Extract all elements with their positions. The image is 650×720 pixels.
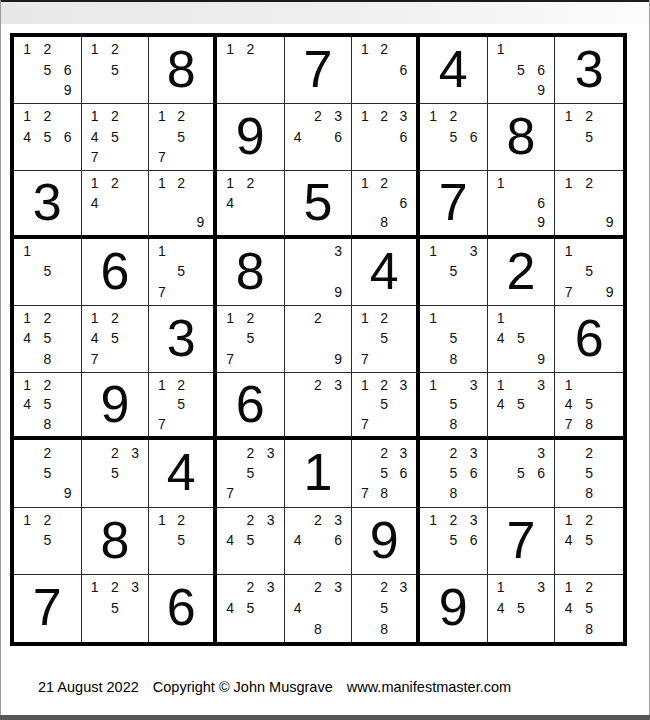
pencil-mark: 4 xyxy=(17,328,37,348)
pencil-mark: 5 xyxy=(443,328,463,348)
pencil-mark: 2 xyxy=(240,308,260,328)
pencil-mark: 5 xyxy=(37,127,57,147)
cell-r6c5[interactable]: 23 xyxy=(285,373,353,440)
pencil-marks: 12356 xyxy=(423,510,484,571)
pencil-mark: 5 xyxy=(37,328,57,348)
pencil-mark: 5 xyxy=(172,127,191,147)
pencil-mark: 4 xyxy=(288,127,308,147)
given-digit: 4 xyxy=(439,43,468,95)
pencil-marks: 2345 xyxy=(220,510,281,571)
cell-r7c6[interactable]: 235678 xyxy=(352,440,420,507)
pencil-mark: 8 xyxy=(443,349,463,369)
cell-r5c3[interactable]: 3 xyxy=(149,306,217,373)
pencil-mark: 8 xyxy=(375,483,394,503)
pencil-mark: 5 xyxy=(172,261,191,281)
cell-r1c5[interactable]: 7 xyxy=(285,37,353,104)
pencil-mark: 2 xyxy=(105,442,125,462)
pencil-mark: 5 xyxy=(511,463,531,483)
cell-r5c9[interactable]: 6 xyxy=(555,306,623,373)
cell-r5c2[interactable]: 12457 xyxy=(82,306,150,373)
pencil-mark: 2 xyxy=(375,106,394,126)
cell-r2c1[interactable]: 12456 xyxy=(14,104,82,171)
cell-r1c2[interactable]: 125 xyxy=(82,37,150,104)
cell-r3c7[interactable]: 7 xyxy=(420,171,488,238)
cell-r6c1[interactable]: 12458 xyxy=(14,373,82,440)
cell-r9c6[interactable]: 2358 xyxy=(352,575,420,642)
pencil-mark: 7 xyxy=(85,349,105,369)
given-digit: 3 xyxy=(575,43,604,95)
footer: 21 August 2022 Copyright © John Musgrave… xyxy=(38,677,511,697)
pencil-mark: 7 xyxy=(152,281,171,301)
pencil-marks: 129 xyxy=(558,173,620,231)
pencil-marks: 1569 xyxy=(491,39,552,100)
footer-date: 21 August 2022 xyxy=(38,679,139,695)
pencil-mark: 4 xyxy=(558,395,579,414)
pencil-mark: 3 xyxy=(394,442,413,462)
pencil-marks: 1257 xyxy=(152,375,210,433)
pencil-mark: 6 xyxy=(328,530,348,550)
cell-r4c3[interactable]: 157 xyxy=(149,239,217,306)
pencil-mark: 1 xyxy=(423,375,443,394)
cell-r4c5[interactable]: 39 xyxy=(285,239,353,306)
pencil-mark: 5 xyxy=(579,395,600,414)
pencil-marks: 23 xyxy=(288,375,349,433)
pencil-marks: 2358 xyxy=(355,577,413,639)
cell-r2c3[interactable]: 1257 xyxy=(149,104,217,171)
cell-r5c4[interactable]: 1257 xyxy=(217,306,285,373)
pencil-marks: 125 xyxy=(85,39,146,100)
pencil-mark: 7 xyxy=(558,414,579,433)
pencil-marks: 1257 xyxy=(355,308,413,369)
pencil-marks: 1257 xyxy=(152,106,210,167)
cell-r7c1[interactable]: 259 xyxy=(14,440,82,507)
pencil-mark: 9 xyxy=(599,212,620,231)
window-title-bar xyxy=(0,2,650,24)
pencil-mark: 1 xyxy=(491,39,511,59)
pencil-mark: 1 xyxy=(558,241,579,261)
cell-r4c7[interactable]: 135 xyxy=(420,239,488,306)
pencil-marks: 259 xyxy=(17,442,78,503)
pencil-mark: 9 xyxy=(191,212,210,231)
pencil-marks: 1257 xyxy=(220,308,281,369)
pencil-mark: 2 xyxy=(37,510,57,530)
pencil-mark: 7 xyxy=(85,147,105,167)
pencil-mark: 5 xyxy=(511,598,531,619)
pencil-mark: 5 xyxy=(105,127,125,147)
pencil-marks: 356 xyxy=(491,442,552,503)
pencil-mark: 1 xyxy=(220,173,240,192)
pencil-marks: 12569 xyxy=(17,39,78,100)
cell-r7c5[interactable]: 1 xyxy=(285,440,353,507)
pencil-mark: 4 xyxy=(220,193,240,212)
pencil-mark: 2 xyxy=(375,375,394,394)
pencil-mark: 1 xyxy=(558,375,579,394)
pencil-mark: 3 xyxy=(328,241,348,261)
cell-r2c6[interactable]: 1236 xyxy=(352,104,420,171)
cell-r2c8[interactable]: 8 xyxy=(488,104,556,171)
pencil-mark: 3 xyxy=(463,241,483,261)
pencil-mark: 1 xyxy=(491,375,511,394)
cell-r4c8[interactable]: 2 xyxy=(488,239,556,306)
cell-r9c5[interactable]: 2348 xyxy=(285,575,353,642)
pencil-mark: 5 xyxy=(105,328,125,348)
pencil-marks: 258 xyxy=(558,442,620,503)
pencil-marks: 39 xyxy=(288,241,349,302)
cell-r8c7[interactable]: 12356 xyxy=(420,508,488,575)
pencil-marks: 158 xyxy=(423,308,484,369)
cell-r8c2[interactable]: 8 xyxy=(82,508,150,575)
pencil-mark: 3 xyxy=(260,510,280,530)
pencil-mark: 2 xyxy=(240,173,260,192)
cell-r7c2[interactable]: 235 xyxy=(82,440,150,507)
cell-r1c1[interactable]: 12569 xyxy=(14,37,82,104)
cell-r3c6[interactable]: 1268 xyxy=(352,171,420,238)
given-digit: 9 xyxy=(101,378,130,430)
cell-r5c6[interactable]: 1257 xyxy=(352,306,420,373)
cell-r5c8[interactable]: 1459 xyxy=(488,306,556,373)
given-digit: 8 xyxy=(167,43,196,95)
pencil-mark: 2 xyxy=(308,577,328,598)
pencil-mark: 5 xyxy=(105,598,125,619)
pencil-mark: 1 xyxy=(85,308,105,328)
cell-r8c5[interactable]: 2346 xyxy=(285,508,353,575)
cell-r4c1[interactable]: 15 xyxy=(14,239,82,306)
pencil-mark: 5 xyxy=(443,261,463,281)
pencil-mark: 4 xyxy=(288,598,308,619)
pencil-marks: 12357 xyxy=(355,375,413,433)
cell-r6c2[interactable]: 9 xyxy=(82,373,150,440)
pencil-mark: 6 xyxy=(394,193,413,212)
cell-r3c2[interactable]: 124 xyxy=(82,171,150,238)
pencil-mark: 2 xyxy=(105,39,125,59)
pencil-mark: 5 xyxy=(511,59,531,79)
pencil-mark: 1 xyxy=(355,308,374,328)
given-digit: 4 xyxy=(167,446,196,498)
cell-r3c8[interactable]: 169 xyxy=(488,171,556,238)
pencil-mark: 3 xyxy=(531,442,551,462)
pencil-mark: 8 xyxy=(579,414,600,433)
pencil-mark: 5 xyxy=(443,127,463,147)
pencil-mark: 9 xyxy=(57,483,77,503)
pencil-marks: 1345 xyxy=(491,577,552,639)
pencil-mark: 1 xyxy=(355,39,374,59)
pencil-marks: 2357 xyxy=(220,442,281,503)
given-digit: 6 xyxy=(236,378,265,430)
pencil-mark: 4 xyxy=(17,395,37,414)
pencil-mark: 8 xyxy=(37,349,57,369)
pencil-mark: 1 xyxy=(423,510,443,530)
pencil-mark: 5 xyxy=(240,530,260,550)
cell-r3c9[interactable]: 129 xyxy=(555,171,623,238)
pencil-mark: 7 xyxy=(558,281,579,301)
given-digit: 8 xyxy=(507,110,536,162)
pencil-mark: 2 xyxy=(37,375,57,394)
pencil-mark: 2 xyxy=(37,106,57,126)
cell-r4c9[interactable]: 1579 xyxy=(555,239,623,306)
cell-r1c9[interactable]: 3 xyxy=(555,37,623,104)
cell-r3c4[interactable]: 124 xyxy=(217,171,285,238)
pencil-mark: 1 xyxy=(355,173,374,192)
pencil-marks: 1579 xyxy=(558,241,620,302)
cell-r8c1[interactable]: 125 xyxy=(14,508,82,575)
pencil-mark: 2 xyxy=(579,106,600,126)
pencil-marks: 12458 xyxy=(17,308,78,369)
cell-r2c7[interactable]: 1256 xyxy=(420,104,488,171)
pencil-mark: 2 xyxy=(240,510,260,530)
pencil-mark: 1 xyxy=(152,173,171,192)
pencil-marks: 235678 xyxy=(355,442,413,503)
pencil-mark: 5 xyxy=(375,598,394,619)
cell-r2c9[interactable]: 125 xyxy=(555,104,623,171)
pencil-mark: 4 xyxy=(491,598,511,619)
cell-r8c4[interactable]: 2345 xyxy=(217,508,285,575)
pencil-mark: 2 xyxy=(240,442,260,462)
cell-r6c6[interactable]: 12357 xyxy=(352,373,420,440)
pencil-mark: 9 xyxy=(328,281,348,301)
pencil-mark: 2 xyxy=(105,308,125,328)
given-digit: 7 xyxy=(439,176,468,228)
pencil-mark: 1 xyxy=(152,375,171,394)
pencil-marks: 126 xyxy=(355,39,413,100)
pencil-mark: 1 xyxy=(85,577,105,598)
pencil-mark: 5 xyxy=(443,395,463,414)
pencil-mark: 5 xyxy=(579,530,600,550)
cell-r8c9[interactable]: 1245 xyxy=(555,508,623,575)
pencil-mark: 4 xyxy=(85,193,105,212)
pencil-mark: 6 xyxy=(394,127,413,147)
cell-r9c4[interactable]: 2345 xyxy=(217,575,285,642)
cell-r4c2[interactable]: 6 xyxy=(82,239,150,306)
pencil-mark: 5 xyxy=(511,328,531,348)
cell-r1c4[interactable]: 12 xyxy=(217,37,285,104)
pencil-mark: 2 xyxy=(37,39,57,59)
cell-r9c9[interactable]: 12458 xyxy=(555,575,623,642)
pencil-mark: 4 xyxy=(558,598,579,619)
window-left-edge xyxy=(0,0,1,720)
pencil-mark: 5 xyxy=(240,328,260,348)
pencil-mark: 4 xyxy=(220,530,240,550)
pencil-mark: 5 xyxy=(37,463,57,483)
pencil-mark: 2 xyxy=(579,510,600,530)
pencil-mark: 8 xyxy=(443,483,463,503)
given-digit: 9 xyxy=(370,514,399,566)
cell-r3c5[interactable]: 5 xyxy=(285,171,353,238)
pencil-mark: 1 xyxy=(423,106,443,126)
pencil-mark: 2 xyxy=(105,577,125,598)
pencil-mark: 5 xyxy=(579,463,600,483)
cell-r7c4[interactable]: 2357 xyxy=(217,440,285,507)
given-digit: 7 xyxy=(33,581,62,633)
pencil-marks: 129 xyxy=(152,173,210,231)
pencil-mark: 3 xyxy=(463,375,483,394)
pencil-mark: 1 xyxy=(17,39,37,59)
given-digit: 6 xyxy=(167,581,196,633)
cell-r7c8[interactable]: 356 xyxy=(488,440,556,507)
pencil-mark: 3 xyxy=(328,375,348,394)
cell-r7c9[interactable]: 258 xyxy=(555,440,623,507)
pencil-mark: 5 xyxy=(172,395,191,414)
pencil-mark: 1 xyxy=(558,577,579,598)
given-digit: 9 xyxy=(439,581,468,633)
footer-website: www.manifestmaster.com xyxy=(347,679,511,695)
cell-r8c6[interactable]: 9 xyxy=(352,508,420,575)
pencil-marks: 124 xyxy=(220,173,281,231)
pencil-mark: 4 xyxy=(491,328,511,348)
pencil-mark: 9 xyxy=(599,281,620,301)
given-digit: 9 xyxy=(236,110,265,162)
cell-r5c5[interactable]: 29 xyxy=(285,306,353,373)
cell-r2c5[interactable]: 2346 xyxy=(285,104,353,171)
cell-r9c8[interactable]: 1345 xyxy=(488,575,556,642)
cell-r1c8[interactable]: 1569 xyxy=(488,37,556,104)
pencil-mark: 6 xyxy=(394,463,413,483)
pencil-marks: 1268 xyxy=(355,173,413,231)
pencil-mark: 4 xyxy=(85,328,105,348)
pencil-mark: 6 xyxy=(531,59,551,79)
pencil-mark: 3 xyxy=(125,577,145,598)
pencil-marks: 1345 xyxy=(491,375,552,433)
given-digit: 8 xyxy=(101,514,130,566)
given-digit: 3 xyxy=(33,176,62,228)
pencil-mark: 9 xyxy=(531,212,551,231)
pencil-mark: 7 xyxy=(152,147,171,167)
given-digit: 3 xyxy=(167,312,196,364)
pencil-mark: 5 xyxy=(37,395,57,414)
cell-r6c4[interactable]: 6 xyxy=(217,373,285,440)
pencil-mark: 5 xyxy=(240,463,260,483)
cell-r4c6[interactable]: 4 xyxy=(352,239,420,306)
pencil-mark: 2 xyxy=(172,510,191,530)
pencil-mark: 5 xyxy=(579,261,600,281)
pencil-mark: 9 xyxy=(531,80,551,100)
pencil-mark: 3 xyxy=(260,442,280,462)
pencil-mark: 2 xyxy=(375,173,394,192)
cell-r9c7[interactable]: 9 xyxy=(420,575,488,642)
pencil-mark: 3 xyxy=(531,577,551,598)
pencil-mark: 2 xyxy=(375,308,394,328)
cell-r7c7[interactable]: 23568 xyxy=(420,440,488,507)
cell-r6c8[interactable]: 1345 xyxy=(488,373,556,440)
pencil-mark: 2 xyxy=(172,375,191,394)
pencil-mark: 1 xyxy=(152,241,171,261)
pencil-mark: 5 xyxy=(443,530,463,550)
pencil-mark: 3 xyxy=(328,577,348,598)
cell-r6c3[interactable]: 1257 xyxy=(149,373,217,440)
pencil-mark: 8 xyxy=(375,618,394,639)
cell-r6c9[interactable]: 14578 xyxy=(555,373,623,440)
pencil-mark: 6 xyxy=(394,59,413,79)
pencil-mark: 9 xyxy=(57,80,77,100)
cell-r2c4[interactable]: 9 xyxy=(217,104,285,171)
pencil-mark: 1 xyxy=(491,577,511,598)
cell-r8c8[interactable]: 7 xyxy=(488,508,556,575)
pencil-mark: 5 xyxy=(105,463,125,483)
pencil-marks: 125 xyxy=(558,106,620,167)
pencil-marks: 2346 xyxy=(288,510,349,571)
pencil-mark: 2 xyxy=(308,106,328,126)
cell-r7c3[interactable]: 4 xyxy=(149,440,217,507)
pencil-mark: 1 xyxy=(355,375,374,394)
pencil-mark: 6 xyxy=(463,530,483,550)
pencil-mark: 8 xyxy=(375,212,394,231)
pencil-marks: 1459 xyxy=(491,308,552,369)
cell-r3c1[interactable]: 3 xyxy=(14,171,82,238)
pencil-marks: 157 xyxy=(152,241,210,302)
pencil-mark: 1 xyxy=(491,308,511,328)
pencil-mark: 3 xyxy=(531,375,551,394)
pencil-mark: 1 xyxy=(558,173,579,192)
pencil-mark: 3 xyxy=(394,106,413,126)
pencil-marks: 2346 xyxy=(288,106,349,167)
pencil-mark: 5 xyxy=(375,395,394,414)
pencil-mark: 4 xyxy=(17,127,37,147)
pencil-marks: 23568 xyxy=(423,442,484,503)
pencil-mark: 2 xyxy=(579,442,600,462)
pencil-mark: 5 xyxy=(37,261,57,281)
pencil-mark: 1 xyxy=(423,241,443,261)
pencil-mark: 2 xyxy=(172,106,191,126)
pencil-mark: 1 xyxy=(152,106,171,126)
cell-r8c3[interactable]: 125 xyxy=(149,508,217,575)
cell-r3c3[interactable]: 129 xyxy=(149,171,217,238)
cell-r9c3[interactable]: 6 xyxy=(149,575,217,642)
pencil-mark: 4 xyxy=(558,530,579,550)
pencil-mark: 1 xyxy=(85,39,105,59)
pencil-mark: 1 xyxy=(491,173,511,192)
pencil-mark: 5 xyxy=(579,127,600,147)
pencil-marks: 14578 xyxy=(558,375,620,433)
given-digit: 7 xyxy=(507,514,536,566)
pencil-mark: 2 xyxy=(172,173,191,192)
cell-r5c7[interactable]: 158 xyxy=(420,306,488,373)
pencil-mark: 2 xyxy=(443,106,463,126)
pencil-mark: 9 xyxy=(531,349,551,369)
pencil-mark: 5 xyxy=(579,598,600,619)
pencil-mark: 4 xyxy=(288,530,308,550)
pencil-marks: 1245 xyxy=(558,510,620,571)
cell-r9c2[interactable]: 1235 xyxy=(82,575,150,642)
cell-r5c1[interactable]: 12458 xyxy=(14,306,82,373)
pencil-mark: 1 xyxy=(17,375,37,394)
cell-r4c4[interactable]: 8 xyxy=(217,239,285,306)
pencil-mark: 7 xyxy=(355,414,374,433)
pencil-mark: 2 xyxy=(240,39,260,59)
cell-r1c6[interactable]: 126 xyxy=(352,37,420,104)
pencil-marks: 2345 xyxy=(220,577,281,639)
pencil-mark: 7 xyxy=(220,349,240,369)
cell-r6c7[interactable]: 1358 xyxy=(420,373,488,440)
pencil-mark: 5 xyxy=(511,395,531,414)
given-digit: 1 xyxy=(304,446,333,498)
pencil-mark: 5 xyxy=(375,328,394,348)
cell-r2c2[interactable]: 12457 xyxy=(82,104,150,171)
pencil-mark: 2 xyxy=(240,577,260,598)
cell-r1c3[interactable]: 8 xyxy=(149,37,217,104)
pencil-mark: 7 xyxy=(152,414,171,433)
pencil-mark: 6 xyxy=(328,127,348,147)
pencil-marks: 12457 xyxy=(85,308,146,369)
pencil-mark: 3 xyxy=(125,442,145,462)
cell-r1c7[interactable]: 4 xyxy=(420,37,488,104)
pencil-mark: 5 xyxy=(240,598,260,619)
pencil-mark: 2 xyxy=(375,442,394,462)
pencil-marks: 15 xyxy=(17,241,78,302)
pencil-mark: 6 xyxy=(57,127,77,147)
pencil-mark: 8 xyxy=(443,414,463,433)
pencil-mark: 2 xyxy=(375,577,394,598)
given-digit: 6 xyxy=(101,245,130,297)
cell-r9c1[interactable]: 7 xyxy=(14,575,82,642)
